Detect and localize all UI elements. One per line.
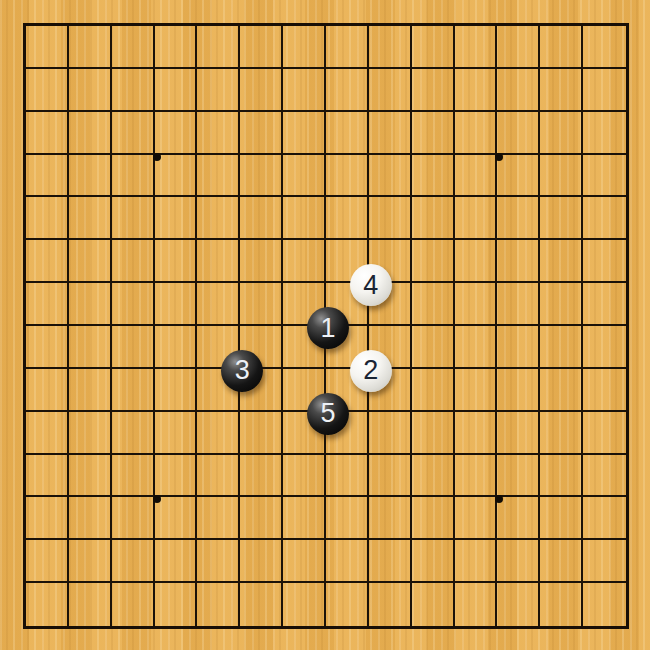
board-cell[interactable]	[540, 283, 583, 326]
board-cell[interactable]	[583, 155, 626, 198]
board-cell[interactable]	[369, 583, 412, 626]
board-cell[interactable]	[583, 412, 626, 455]
board-cell[interactable]	[69, 497, 112, 540]
board-cell[interactable]	[69, 326, 112, 369]
board-cell[interactable]	[540, 26, 583, 69]
board-cell[interactable]	[497, 69, 540, 112]
board-cell[interactable]	[412, 412, 455, 455]
board-cell[interactable]	[583, 497, 626, 540]
board-cell[interactable]	[326, 583, 369, 626]
board-cell[interactable]	[240, 26, 283, 69]
board-cell[interactable]	[26, 69, 69, 112]
board-cell[interactable]	[155, 240, 198, 283]
board-cell[interactable]	[369, 369, 412, 412]
board-cell[interactable]	[240, 240, 283, 283]
board-cell[interactable]	[26, 112, 69, 155]
board-cell[interactable]	[540, 540, 583, 583]
board-cell[interactable]	[155, 283, 198, 326]
board-cell[interactable]	[455, 497, 498, 540]
board-cell[interactable]	[240, 326, 283, 369]
board-cell[interactable]	[155, 497, 198, 540]
board-cell[interactable]	[412, 455, 455, 498]
board-frame: 12345	[23, 23, 629, 629]
board-cell[interactable]	[69, 455, 112, 498]
board-cell[interactable]	[155, 369, 198, 412]
board-cell[interactable]	[583, 583, 626, 626]
board-cell[interactable]	[26, 412, 69, 455]
board-cell[interactable]	[240, 112, 283, 155]
board-cell[interactable]	[583, 283, 626, 326]
board-cell[interactable]	[326, 26, 369, 69]
board-cell[interactable]	[540, 497, 583, 540]
board-cell[interactable]	[69, 155, 112, 198]
board-cell[interactable]	[26, 497, 69, 540]
board-cell[interactable]	[369, 455, 412, 498]
board-cell[interactable]	[455, 369, 498, 412]
board-cell[interactable]	[369, 283, 412, 326]
board-cell[interactable]	[112, 540, 155, 583]
board-cell[interactable]	[497, 412, 540, 455]
board-cell[interactable]	[455, 540, 498, 583]
board-cell[interactable]	[26, 540, 69, 583]
board-cell[interactable]	[283, 155, 326, 198]
board-cell[interactable]	[326, 412, 369, 455]
board-cell[interactable]	[497, 112, 540, 155]
board-cell[interactable]	[369, 112, 412, 155]
board-cell[interactable]	[112, 283, 155, 326]
board-cell[interactable]	[412, 540, 455, 583]
board-cell[interactable]	[26, 283, 69, 326]
board-cell[interactable]	[283, 412, 326, 455]
board-cell[interactable]	[283, 240, 326, 283]
board-cell[interactable]	[540, 369, 583, 412]
board-cell[interactable]	[540, 112, 583, 155]
board-cell[interactable]	[155, 326, 198, 369]
board-cell[interactable]	[240, 369, 283, 412]
board-cell[interactable]	[240, 69, 283, 112]
board-cell[interactable]	[155, 155, 198, 198]
board-cell[interactable]	[540, 412, 583, 455]
board-cell[interactable]	[455, 240, 498, 283]
board-cell[interactable]	[583, 69, 626, 112]
board-cell[interactable]	[455, 69, 498, 112]
board-cell[interactable]	[112, 240, 155, 283]
board-cell[interactable]	[112, 155, 155, 198]
board-cell[interactable]	[369, 240, 412, 283]
board-cell[interactable]	[412, 26, 455, 69]
board-cell[interactable]	[283, 112, 326, 155]
board-cell[interactable]	[197, 583, 240, 626]
board-cell[interactable]	[155, 26, 198, 69]
board-cell[interactable]	[540, 455, 583, 498]
board-cell[interactable]	[69, 26, 112, 69]
board-cell[interactable]	[412, 197, 455, 240]
board-cell[interactable]	[155, 583, 198, 626]
board-cell[interactable]	[283, 369, 326, 412]
board-cell[interactable]	[583, 112, 626, 155]
board-cell[interactable]	[583, 197, 626, 240]
board-cell[interactable]	[455, 326, 498, 369]
board-cell[interactable]	[369, 26, 412, 69]
board-cell[interactable]	[583, 240, 626, 283]
board-cell[interactable]	[369, 540, 412, 583]
board-cell[interactable]	[26, 583, 69, 626]
board-cell[interactable]	[369, 412, 412, 455]
board-cell[interactable]	[197, 497, 240, 540]
board-cell[interactable]	[412, 497, 455, 540]
board-cell[interactable]	[197, 540, 240, 583]
board-cell[interactable]	[240, 197, 283, 240]
board-cell[interactable]	[197, 240, 240, 283]
board-cell[interactable]	[497, 455, 540, 498]
board-cell[interactable]	[26, 155, 69, 198]
board-cell[interactable]	[497, 369, 540, 412]
board-cell[interactable]	[26, 26, 69, 69]
board-cell[interactable]	[412, 155, 455, 198]
board-cell[interactable]	[412, 240, 455, 283]
board-cell[interactable]	[326, 455, 369, 498]
board-cell[interactable]	[455, 197, 498, 240]
board-cell[interactable]	[69, 412, 112, 455]
board-cell[interactable]	[369, 197, 412, 240]
board-cell[interactable]	[197, 112, 240, 155]
board-cell[interactable]	[197, 26, 240, 69]
board-cell[interactable]	[155, 412, 198, 455]
board-cell[interactable]	[412, 326, 455, 369]
board-cell[interactable]	[326, 497, 369, 540]
board-cell[interactable]	[240, 455, 283, 498]
board-cell[interactable]	[283, 540, 326, 583]
board-cell[interactable]	[497, 540, 540, 583]
board-cell[interactable]	[583, 326, 626, 369]
goban-background: 12345	[0, 0, 650, 650]
board-cell[interactable]	[497, 583, 540, 626]
board-cell[interactable]	[69, 583, 112, 626]
board-cell[interactable]	[197, 369, 240, 412]
board-cell[interactable]	[112, 412, 155, 455]
board-cell[interactable]	[26, 455, 69, 498]
board-cell[interactable]	[497, 26, 540, 69]
board-cell[interactable]	[369, 326, 412, 369]
board-cell[interactable]	[326, 69, 369, 112]
board-cell[interactable]	[283, 69, 326, 112]
board-cell[interactable]	[583, 540, 626, 583]
board-cell[interactable]	[112, 369, 155, 412]
board-cell[interactable]	[69, 240, 112, 283]
board-cell[interactable]	[197, 412, 240, 455]
board-cell[interactable]	[26, 197, 69, 240]
board-cell[interactable]	[240, 540, 283, 583]
board-cell[interactable]	[155, 540, 198, 583]
board-cell[interactable]	[283, 283, 326, 326]
board-cell[interactable]	[326, 369, 369, 412]
board-cell[interactable]	[197, 283, 240, 326]
board-cell[interactable]	[197, 155, 240, 198]
board-cell[interactable]	[155, 112, 198, 155]
board-cell[interactable]	[497, 197, 540, 240]
board-cell[interactable]	[455, 583, 498, 626]
board-cell[interactable]	[326, 197, 369, 240]
board-cell[interactable]	[583, 26, 626, 69]
board-cell[interactable]	[583, 455, 626, 498]
board-cell[interactable]	[540, 240, 583, 283]
board-cell[interactable]	[240, 497, 283, 540]
board-cell[interactable]	[155, 455, 198, 498]
board-cell[interactable]	[240, 283, 283, 326]
board-cell[interactable]	[540, 583, 583, 626]
board-cell[interactable]	[197, 69, 240, 112]
board-cell[interactable]	[412, 283, 455, 326]
board-cell[interactable]	[69, 540, 112, 583]
board-grid[interactable]	[26, 26, 626, 626]
board-cell[interactable]	[283, 497, 326, 540]
board-cell[interactable]	[240, 412, 283, 455]
board-cell[interactable]	[497, 283, 540, 326]
board-cell[interactable]	[455, 283, 498, 326]
board-cell[interactable]	[26, 326, 69, 369]
board-cell[interactable]	[326, 283, 369, 326]
board-cell[interactable]	[283, 455, 326, 498]
board-cell[interactable]	[69, 69, 112, 112]
board-cell[interactable]	[540, 326, 583, 369]
board-cell[interactable]	[540, 69, 583, 112]
board-cell[interactable]	[497, 497, 540, 540]
board-cell[interactable]	[369, 69, 412, 112]
board-cell[interactable]	[455, 26, 498, 69]
board-cell[interactable]	[412, 369, 455, 412]
board-cell[interactable]	[326, 112, 369, 155]
board-cell[interactable]	[369, 497, 412, 540]
board-cell[interactable]	[69, 197, 112, 240]
board-cell[interactable]	[455, 455, 498, 498]
board-cell[interactable]	[412, 583, 455, 626]
board-cell[interactable]	[69, 283, 112, 326]
board-cell[interactable]	[455, 412, 498, 455]
board-cell[interactable]	[540, 155, 583, 198]
board-cell[interactable]	[283, 326, 326, 369]
board-cell[interactable]	[69, 112, 112, 155]
board-cell[interactable]	[583, 369, 626, 412]
board-cell[interactable]	[497, 240, 540, 283]
board-cell[interactable]	[112, 497, 155, 540]
board-cell[interactable]	[326, 240, 369, 283]
board-cell[interactable]	[240, 155, 283, 198]
board-cell[interactable]	[283, 197, 326, 240]
board-cell[interactable]	[112, 455, 155, 498]
board-cell[interactable]	[326, 155, 369, 198]
board-cell[interactable]	[197, 326, 240, 369]
board-cell[interactable]	[412, 69, 455, 112]
board-cell[interactable]	[283, 583, 326, 626]
board-cell[interactable]	[112, 197, 155, 240]
board-cell[interactable]	[112, 326, 155, 369]
board-cell[interactable]	[155, 69, 198, 112]
board-cell[interactable]	[112, 583, 155, 626]
board-cell[interactable]	[26, 240, 69, 283]
board-cell[interactable]	[155, 197, 198, 240]
board-cell[interactable]	[326, 326, 369, 369]
board-cell[interactable]	[197, 197, 240, 240]
board-cell[interactable]	[283, 26, 326, 69]
board-cell[interactable]	[369, 155, 412, 198]
board-cell[interactable]	[112, 26, 155, 69]
board-cell[interactable]	[326, 540, 369, 583]
board-cell[interactable]	[455, 155, 498, 198]
board-cell[interactable]	[197, 455, 240, 498]
board-cell[interactable]	[26, 369, 69, 412]
board-cell[interactable]	[497, 326, 540, 369]
board-cell[interactable]	[412, 112, 455, 155]
board-cell[interactable]	[497, 155, 540, 198]
board-cell[interactable]	[240, 583, 283, 626]
board-cell[interactable]	[112, 69, 155, 112]
board-cell[interactable]	[69, 369, 112, 412]
board-cell[interactable]	[112, 112, 155, 155]
board-cell[interactable]	[540, 197, 583, 240]
board-cell[interactable]	[455, 112, 498, 155]
